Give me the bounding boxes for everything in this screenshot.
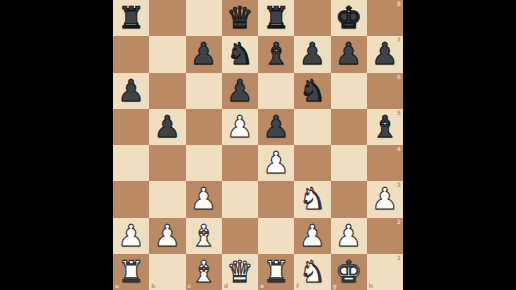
square-h2[interactable]: 2 bbox=[367, 218, 403, 254]
square-f6[interactable]: ♞ bbox=[294, 73, 330, 109]
square-b8[interactable] bbox=[149, 0, 185, 36]
square-g1[interactable]: ♚g bbox=[331, 254, 367, 290]
rank-label-8: 8 bbox=[397, 1, 401, 7]
square-h5[interactable]: ♝5 bbox=[367, 109, 403, 145]
square-b5[interactable]: ♟ bbox=[149, 109, 185, 145]
square-d8[interactable]: ♛ bbox=[222, 0, 258, 36]
black-knight-piece[interactable]: ♞ bbox=[226, 36, 253, 72]
white-knight-piece[interactable]: ♞ bbox=[299, 254, 326, 290]
square-d6[interactable]: ♟ bbox=[222, 73, 258, 109]
white-pawn-piece[interactable]: ♟ bbox=[371, 181, 398, 217]
square-f8[interactable] bbox=[294, 0, 330, 36]
square-a3[interactable] bbox=[113, 181, 149, 217]
square-e3[interactable] bbox=[258, 181, 294, 217]
black-bishop-piece[interactable]: ♝ bbox=[263, 36, 290, 72]
black-pawn-piece[interactable]: ♟ bbox=[263, 109, 290, 145]
square-a1[interactable]: ♜a bbox=[113, 254, 149, 290]
square-e7[interactable]: ♝ bbox=[258, 36, 294, 72]
square-e8[interactable]: ♜ bbox=[258, 0, 294, 36]
square-e5[interactable]: ♟ bbox=[258, 109, 294, 145]
square-h3[interactable]: ♟3 bbox=[367, 181, 403, 217]
square-g8[interactable]: ♚ bbox=[331, 0, 367, 36]
square-d7[interactable]: ♞ bbox=[222, 36, 258, 72]
black-pawn-piece[interactable]: ♟ bbox=[371, 36, 398, 72]
black-queen-piece[interactable]: ♛ bbox=[226, 0, 253, 36]
square-c8[interactable] bbox=[186, 0, 222, 36]
white-rook-piece[interactable]: ♜ bbox=[118, 254, 145, 290]
square-f7[interactable]: ♟ bbox=[294, 36, 330, 72]
square-e2[interactable] bbox=[258, 218, 294, 254]
white-pawn-piece[interactable]: ♟ bbox=[190, 181, 217, 217]
black-pawn-piece[interactable]: ♟ bbox=[118, 73, 145, 109]
file-label-b: b bbox=[151, 283, 155, 289]
white-bishop-piece[interactable]: ♝ bbox=[190, 218, 217, 254]
white-pawn-piece[interactable]: ♟ bbox=[154, 218, 181, 254]
square-f1[interactable]: ♞f bbox=[294, 254, 330, 290]
app-background: ♜♛♜♚8♟♞♝♟♟♟7♟♟♞6♟♟♟♝5♟4♟♞♟3♟♟♝♟♟2♜ab♝c♛d… bbox=[0, 0, 516, 290]
black-knight-piece[interactable]: ♞ bbox=[299, 73, 326, 109]
white-queen-piece[interactable]: ♛ bbox=[226, 254, 253, 290]
white-knight-piece[interactable]: ♞ bbox=[299, 181, 326, 217]
rank-label-2: 2 bbox=[397, 219, 401, 225]
black-bishop-piece[interactable]: ♝ bbox=[371, 109, 398, 145]
square-g4[interactable] bbox=[331, 145, 367, 181]
square-c5[interactable] bbox=[186, 109, 222, 145]
square-g2[interactable]: ♟ bbox=[331, 218, 367, 254]
square-g6[interactable] bbox=[331, 73, 367, 109]
square-a4[interactable] bbox=[113, 145, 149, 181]
square-b6[interactable] bbox=[149, 73, 185, 109]
black-pawn-piece[interactable]: ♟ bbox=[335, 36, 362, 72]
black-pawn-piece[interactable]: ♟ bbox=[226, 73, 253, 109]
square-c1[interactable]: ♝c bbox=[186, 254, 222, 290]
black-rook-piece[interactable]: ♜ bbox=[263, 0, 290, 36]
square-h8[interactable]: 8 bbox=[367, 0, 403, 36]
chess-board: ♜♛♜♚8♟♞♝♟♟♟7♟♟♞6♟♟♟♝5♟4♟♞♟3♟♟♝♟♟2♜ab♝c♛d… bbox=[113, 0, 403, 290]
square-b1[interactable]: b bbox=[149, 254, 185, 290]
square-h1[interactable]: 1h bbox=[367, 254, 403, 290]
square-c7[interactable]: ♟ bbox=[186, 36, 222, 72]
square-b4[interactable] bbox=[149, 145, 185, 181]
square-c4[interactable] bbox=[186, 145, 222, 181]
square-a2[interactable]: ♟ bbox=[113, 218, 149, 254]
black-pawn-piece[interactable]: ♟ bbox=[154, 109, 181, 145]
square-e6[interactable] bbox=[258, 73, 294, 109]
rank-label-6: 6 bbox=[397, 74, 401, 80]
file-label-h: h bbox=[369, 283, 373, 289]
square-h4[interactable]: 4 bbox=[367, 145, 403, 181]
square-d4[interactable] bbox=[222, 145, 258, 181]
rank-label-4: 4 bbox=[397, 146, 401, 152]
square-b7[interactable] bbox=[149, 36, 185, 72]
white-pawn-piece[interactable]: ♟ bbox=[263, 145, 290, 181]
white-pawn-piece[interactable]: ♟ bbox=[118, 218, 145, 254]
square-h7[interactable]: ♟7 bbox=[367, 36, 403, 72]
white-pawn-piece[interactable]: ♟ bbox=[299, 218, 326, 254]
white-pawn-piece[interactable]: ♟ bbox=[335, 218, 362, 254]
square-f3[interactable]: ♞ bbox=[294, 181, 330, 217]
square-g5[interactable] bbox=[331, 109, 367, 145]
black-pawn-piece[interactable]: ♟ bbox=[299, 36, 326, 72]
square-a5[interactable] bbox=[113, 109, 149, 145]
square-c6[interactable] bbox=[186, 73, 222, 109]
square-f5[interactable] bbox=[294, 109, 330, 145]
square-b2[interactable]: ♟ bbox=[149, 218, 185, 254]
square-b3[interactable] bbox=[149, 181, 185, 217]
square-g3[interactable] bbox=[331, 181, 367, 217]
rank-label-1: 1 bbox=[397, 255, 401, 261]
square-d3[interactable] bbox=[222, 181, 258, 217]
square-d2[interactable] bbox=[222, 218, 258, 254]
square-e4[interactable]: ♟ bbox=[258, 145, 294, 181]
square-c3[interactable]: ♟ bbox=[186, 181, 222, 217]
square-a6[interactable]: ♟ bbox=[113, 73, 149, 109]
square-a7[interactable] bbox=[113, 36, 149, 72]
white-rook-piece[interactable]: ♜ bbox=[263, 254, 290, 290]
black-king-piece[interactable]: ♚ bbox=[335, 0, 362, 36]
square-e1[interactable]: ♜e bbox=[258, 254, 294, 290]
square-c2[interactable]: ♝ bbox=[186, 218, 222, 254]
white-bishop-piece[interactable]: ♝ bbox=[190, 254, 217, 290]
square-g7[interactable]: ♟ bbox=[331, 36, 367, 72]
square-d5[interactable]: ♟ bbox=[222, 109, 258, 145]
white-king-piece[interactable]: ♚ bbox=[335, 254, 362, 290]
black-pawn-piece[interactable]: ♟ bbox=[190, 36, 217, 72]
square-a8[interactable]: ♜ bbox=[113, 0, 149, 36]
black-rook-piece[interactable]: ♜ bbox=[118, 0, 145, 36]
white-pawn-piece[interactable]: ♟ bbox=[226, 109, 253, 145]
square-h6[interactable]: 6 bbox=[367, 73, 403, 109]
square-f4[interactable] bbox=[294, 145, 330, 181]
square-d1[interactable]: ♛d bbox=[222, 254, 258, 290]
square-f2[interactable]: ♟ bbox=[294, 218, 330, 254]
